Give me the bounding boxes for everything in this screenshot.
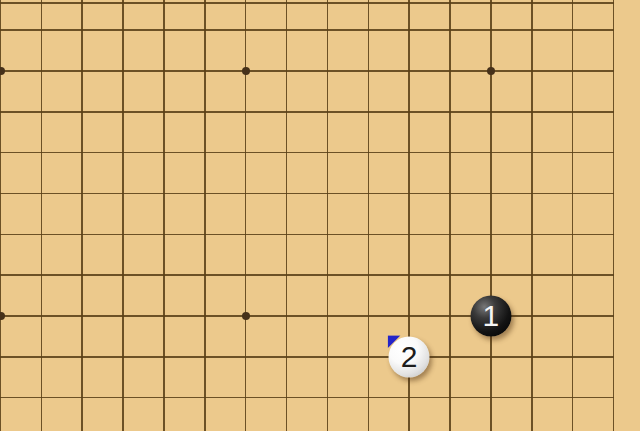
intersection-G3[interactable]	[103, 336, 144, 377]
intersection-E9[interactable]	[21, 91, 62, 132]
intersection-M8[interactable]	[307, 132, 348, 173]
intersection-O8[interactable]	[389, 132, 430, 173]
intersection-R9[interactable]	[511, 91, 552, 132]
intersection-F3[interactable]	[62, 336, 103, 377]
intersection-G2[interactable]	[103, 377, 144, 418]
last-move-marker-triangle	[388, 335, 401, 348]
intersection-R6[interactable]	[511, 214, 552, 255]
intersection-K9[interactable]	[225, 91, 266, 132]
intersection-M7[interactable]	[307, 173, 348, 214]
intersection-F4[interactable]	[62, 296, 103, 337]
intersection-O11[interactable]	[389, 10, 430, 51]
intersection-R2[interactable]	[511, 377, 552, 418]
intersection-P5[interactable]	[430, 255, 471, 296]
intersection-D7[interactable]	[0, 173, 21, 214]
intersection-E5[interactable]	[21, 255, 62, 296]
intersection-J11[interactable]	[184, 10, 225, 51]
intersection-R8[interactable]	[511, 132, 552, 173]
intersection-T10[interactable]	[593, 51, 634, 92]
stone-label: 2	[401, 342, 418, 372]
intersection-T5[interactable]	[593, 255, 634, 296]
intersection-K4[interactable]	[225, 296, 266, 337]
intersection-S4[interactable]	[552, 296, 593, 337]
intersection-Q10[interactable]	[470, 51, 511, 92]
intersection-M10[interactable]	[307, 51, 348, 92]
intersection-O5[interactable]	[389, 255, 430, 296]
intersection-H4[interactable]	[144, 296, 185, 337]
intersection-E3[interactable]	[21, 336, 62, 377]
intersection-F7[interactable]	[62, 173, 103, 214]
intersection-S11[interactable]	[552, 10, 593, 51]
intersection-S6[interactable]	[552, 214, 593, 255]
intersection-F9[interactable]	[62, 91, 103, 132]
intersection-D8[interactable]	[0, 132, 21, 173]
intersection-P10[interactable]	[430, 51, 471, 92]
intersection-G9[interactable]	[103, 91, 144, 132]
intersection-J5[interactable]	[184, 255, 225, 296]
intersection-L3[interactable]	[266, 336, 307, 377]
intersection-J8[interactable]	[184, 132, 225, 173]
intersection-L10[interactable]	[266, 51, 307, 92]
intersection-S10[interactable]	[552, 51, 593, 92]
star-point-K10	[242, 67, 250, 75]
intersection-G10[interactable]	[103, 51, 144, 92]
intersection-E8[interactable]	[21, 132, 62, 173]
intersection-N11[interactable]	[348, 10, 389, 51]
intersection-H6[interactable]	[144, 214, 185, 255]
intersection-E6[interactable]	[21, 214, 62, 255]
intersection-J2[interactable]	[184, 377, 225, 418]
intersection-P8[interactable]	[430, 132, 471, 173]
intersection-K6[interactable]	[225, 214, 266, 255]
intersection-R5[interactable]	[511, 255, 552, 296]
intersection-K7[interactable]	[225, 173, 266, 214]
intersection-Q5[interactable]	[470, 255, 511, 296]
intersection-K5[interactable]	[225, 255, 266, 296]
intersection-N3[interactable]	[348, 336, 389, 377]
intersection-S7[interactable]	[552, 173, 593, 214]
intersection-F11[interactable]	[62, 10, 103, 51]
intersection-S9[interactable]	[552, 91, 593, 132]
intersection-T4[interactable]	[593, 296, 634, 337]
intersection-D6[interactable]	[0, 214, 21, 255]
intersection-H2[interactable]	[144, 377, 185, 418]
intersection-D5[interactable]	[0, 255, 21, 296]
intersection-J7[interactable]	[184, 173, 225, 214]
intersection-K3[interactable]	[225, 336, 266, 377]
intersection-N7[interactable]	[348, 173, 389, 214]
intersection-M11[interactable]	[307, 10, 348, 51]
star-point-D10	[0, 67, 5, 75]
intersection-T8[interactable]	[593, 132, 634, 173]
intersection-D3[interactable]	[0, 336, 21, 377]
intersection-L6[interactable]	[266, 214, 307, 255]
intersection-M2[interactable]	[307, 377, 348, 418]
intersection-J6[interactable]	[184, 214, 225, 255]
intersection-M4[interactable]	[307, 296, 348, 337]
intersection-K10[interactable]	[225, 51, 266, 92]
intersection-T7[interactable]	[593, 173, 634, 214]
intersection-R11[interactable]	[511, 10, 552, 51]
intersection-N9[interactable]	[348, 91, 389, 132]
intersection-N6[interactable]	[348, 214, 389, 255]
intersection-R7[interactable]	[511, 173, 552, 214]
intersection-G11[interactable]	[103, 10, 144, 51]
black-stone-Q4[interactable]: 1	[470, 295, 511, 336]
intersection-P6[interactable]	[430, 214, 471, 255]
intersection-M9[interactable]	[307, 91, 348, 132]
intersection-S3[interactable]	[552, 336, 593, 377]
intersection-Q9[interactable]	[470, 91, 511, 132]
intersection-F8[interactable]	[62, 132, 103, 173]
intersection-T2[interactable]	[593, 377, 634, 418]
intersection-O3[interactable]: 2	[389, 336, 430, 377]
intersection-R3[interactable]	[511, 336, 552, 377]
intersection-L11[interactable]	[266, 10, 307, 51]
intersection-J10[interactable]	[184, 51, 225, 92]
intersection-H11[interactable]	[144, 10, 185, 51]
star-point-Q10	[487, 67, 495, 75]
intersection-P7[interactable]	[430, 173, 471, 214]
intersection-O10[interactable]	[389, 51, 430, 92]
board-grid: 12	[0, 10, 634, 418]
intersection-Q11[interactable]	[470, 10, 511, 51]
intersection-D9[interactable]	[0, 91, 21, 132]
star-point-K4	[242, 312, 250, 320]
intersection-K8[interactable]	[225, 132, 266, 173]
intersection-F6[interactable]	[62, 214, 103, 255]
intersection-L9[interactable]	[266, 91, 307, 132]
board-top-edge-line	[0, 2, 614, 4]
intersection-E10[interactable]	[21, 51, 62, 92]
intersection-K11[interactable]	[225, 10, 266, 51]
intersection-D11[interactable]	[0, 10, 21, 51]
intersection-T11[interactable]	[593, 10, 634, 51]
intersection-N4[interactable]	[348, 296, 389, 337]
intersection-G6[interactable]	[103, 214, 144, 255]
intersection-D10[interactable]	[0, 51, 21, 92]
intersection-O4[interactable]	[389, 296, 430, 337]
intersection-L8[interactable]	[266, 132, 307, 173]
intersection-O7[interactable]	[389, 173, 430, 214]
intersection-D2[interactable]	[0, 377, 21, 418]
intersection-Q4[interactable]: 1	[470, 296, 511, 337]
intersection-S2[interactable]	[552, 377, 593, 418]
intersection-P9[interactable]	[430, 91, 471, 132]
stone-label: 1	[482, 301, 499, 331]
intersection-E2[interactable]	[21, 377, 62, 418]
intersection-H9[interactable]	[144, 91, 185, 132]
intersection-N10[interactable]	[348, 51, 389, 92]
intersection-F10[interactable]	[62, 51, 103, 92]
intersection-Q6[interactable]	[470, 214, 511, 255]
intersection-D4[interactable]	[0, 296, 21, 337]
intersection-G5[interactable]	[103, 255, 144, 296]
intersection-R4[interactable]	[511, 296, 552, 337]
intersection-P2[interactable]	[430, 377, 471, 418]
intersection-J9[interactable]	[184, 91, 225, 132]
intersection-F5[interactable]	[62, 255, 103, 296]
intersection-Q2[interactable]	[470, 377, 511, 418]
intersection-M3[interactable]	[307, 336, 348, 377]
intersection-P4[interactable]	[430, 296, 471, 337]
intersection-K2[interactable]	[225, 377, 266, 418]
intersection-Q7[interactable]	[470, 173, 511, 214]
intersection-L7[interactable]	[266, 173, 307, 214]
intersection-N5[interactable]	[348, 255, 389, 296]
intersection-S8[interactable]	[552, 132, 593, 173]
intersection-H7[interactable]	[144, 173, 185, 214]
intersection-E4[interactable]	[21, 296, 62, 337]
intersection-P11[interactable]	[430, 10, 471, 51]
intersection-O2[interactable]	[389, 377, 430, 418]
intersection-O6[interactable]	[389, 214, 430, 255]
intersection-S5[interactable]	[552, 255, 593, 296]
intersection-J4[interactable]	[184, 296, 225, 337]
intersection-N8[interactable]	[348, 132, 389, 173]
intersection-L2[interactable]	[266, 377, 307, 418]
intersection-J3[interactable]	[184, 336, 225, 377]
intersection-T6[interactable]	[593, 214, 634, 255]
intersection-G4[interactable]	[103, 296, 144, 337]
intersection-F2[interactable]	[62, 377, 103, 418]
intersection-G7[interactable]	[103, 173, 144, 214]
intersection-N2[interactable]	[348, 377, 389, 418]
intersection-H8[interactable]	[144, 132, 185, 173]
intersection-Q3[interactable]	[470, 336, 511, 377]
intersection-M6[interactable]	[307, 214, 348, 255]
intersection-H10[interactable]	[144, 51, 185, 92]
intersection-O9[interactable]	[389, 91, 430, 132]
intersection-H3[interactable]	[144, 336, 185, 377]
intersection-E7[interactable]	[21, 173, 62, 214]
intersection-M5[interactable]	[307, 255, 348, 296]
intersection-H5[interactable]	[144, 255, 185, 296]
intersection-G8[interactable]	[103, 132, 144, 173]
star-point-D4	[0, 312, 5, 320]
intersection-T3[interactable]	[593, 336, 634, 377]
intersection-Q8[interactable]	[470, 132, 511, 173]
go-board: 12	[0, 0, 640, 431]
intersection-P3[interactable]	[430, 336, 471, 377]
intersection-E11[interactable]	[21, 10, 62, 51]
intersection-L5[interactable]	[266, 255, 307, 296]
intersection-L4[interactable]	[266, 296, 307, 337]
intersection-T9[interactable]	[593, 91, 634, 132]
white-stone-O3[interactable]: 2	[389, 336, 430, 377]
intersection-R10[interactable]	[511, 51, 552, 92]
